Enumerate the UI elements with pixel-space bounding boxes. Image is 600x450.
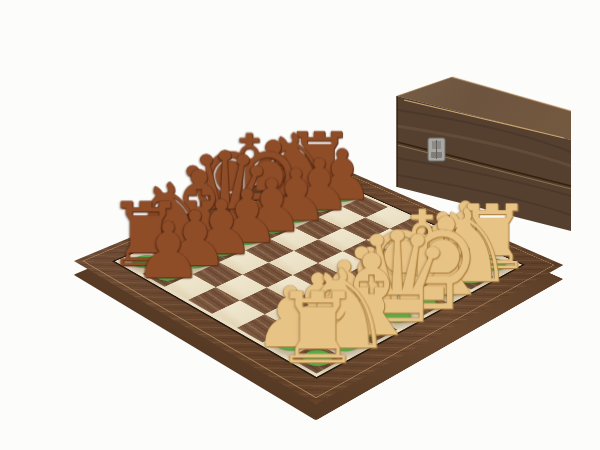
- chess-set-photo: ♜♞♝♛♚♝♞♜♟♟♟♟♟♟♟♟♟♟♟♟♟♟♟♟♜♞♝♛♚♝♞♜: [0, 0, 600, 450]
- box-clasp-icon: [428, 138, 445, 161]
